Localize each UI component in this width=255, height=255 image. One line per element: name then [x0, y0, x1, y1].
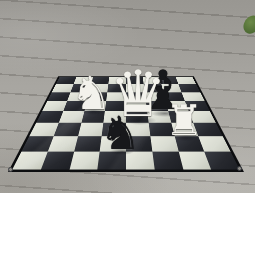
grommet-bottom-left	[8, 167, 13, 172]
grommet-bottom-right	[237, 166, 242, 171]
square-h1[interactable]	[204, 151, 239, 169]
piece-white-rook-g3[interactable]: ♜	[165, 100, 203, 142]
piece-black-knight-d3[interactable]: ♞	[99, 110, 140, 156]
square-c1[interactable]	[69, 151, 100, 169]
square-b3[interactable]	[54, 123, 82, 136]
photo-area: ♞♛♝♞♜	[0, 0, 255, 193]
square-c2[interactable]	[74, 136, 102, 151]
screenshot-canvas: ♞♛♝♞♜	[0, 0, 255, 255]
square-h2[interactable]	[198, 136, 230, 151]
